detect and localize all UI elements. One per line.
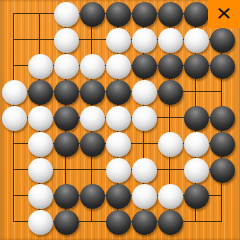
intersection-white-stone[interactable]	[27, 183, 53, 209]
intersection-white-stone[interactable]	[131, 27, 157, 53]
intersection-empty[interactable]	[209, 79, 235, 105]
white-stone	[106, 132, 131, 157]
black-stone	[106, 2, 131, 27]
black-stone	[54, 80, 79, 105]
black-stone	[158, 210, 183, 235]
black-stone	[184, 2, 209, 27]
intersection-white-stone[interactable]	[157, 183, 183, 209]
intersection-white-stone[interactable]	[27, 131, 53, 157]
intersection-white-stone[interactable]	[131, 157, 157, 183]
intersection-black-stone[interactable]	[157, 79, 183, 105]
intersection-white-stone[interactable]	[183, 27, 209, 53]
intersection-white-stone[interactable]	[27, 105, 53, 131]
intersection-white-stone[interactable]	[53, 27, 79, 53]
intersection-empty[interactable]	[1, 1, 27, 27]
black-stone	[106, 184, 131, 209]
white-stone	[106, 28, 131, 53]
black-stone	[210, 132, 235, 157]
black-stone	[28, 80, 53, 105]
black-stone	[132, 210, 157, 235]
black-stone	[54, 106, 79, 131]
white-stone	[80, 54, 105, 79]
white-stone	[80, 106, 105, 131]
intersection-black-stone[interactable]	[53, 183, 79, 209]
intersection-black-stone[interactable]	[209, 53, 235, 79]
white-stone	[28, 132, 53, 157]
black-stone	[80, 2, 105, 27]
white-stone	[132, 28, 157, 53]
go-board-screen: ✕	[0, 0, 240, 240]
white-stone	[28, 106, 53, 131]
black-stone	[158, 54, 183, 79]
black-stone	[54, 210, 79, 235]
intersection-white-stone[interactable]	[1, 105, 27, 131]
close-button[interactable]: ✕	[208, 0, 240, 28]
intersection-black-stone[interactable]	[183, 53, 209, 79]
black-stone	[184, 184, 209, 209]
intersection-black-stone[interactable]	[53, 79, 79, 105]
intersection-black-stone[interactable]	[209, 27, 235, 53]
intersection-black-stone[interactable]	[157, 53, 183, 79]
intersection-white-stone[interactable]	[27, 209, 53, 235]
intersection-white-stone[interactable]	[157, 27, 183, 53]
intersection-empty[interactable]	[183, 209, 209, 235]
black-stone	[210, 106, 235, 131]
intersection-black-stone[interactable]	[53, 105, 79, 131]
close-icon: ✕	[216, 5, 233, 23]
intersection-black-stone[interactable]	[105, 209, 131, 235]
black-stone	[158, 80, 183, 105]
intersection-empty[interactable]	[1, 157, 27, 183]
black-stone	[210, 54, 235, 79]
go-board	[1, 1, 235, 235]
intersection-empty[interactable]	[1, 27, 27, 53]
intersection-empty[interactable]	[1, 131, 27, 157]
intersection-white-stone[interactable]	[1, 79, 27, 105]
intersection-black-stone[interactable]	[53, 209, 79, 235]
white-stone	[106, 54, 131, 79]
white-stone	[106, 106, 131, 131]
intersection-white-stone[interactable]	[53, 1, 79, 27]
black-stone	[210, 158, 235, 183]
black-stone	[80, 184, 105, 209]
intersection-black-stone[interactable]	[209, 105, 235, 131]
intersection-black-stone[interactable]	[183, 183, 209, 209]
black-stone	[80, 80, 105, 105]
black-stone	[184, 106, 209, 131]
intersection-white-stone[interactable]	[131, 105, 157, 131]
intersection-white-stone[interactable]	[131, 79, 157, 105]
intersection-white-stone[interactable]	[131, 183, 157, 209]
white-stone	[132, 80, 157, 105]
white-stone	[106, 158, 131, 183]
black-stone	[106, 80, 131, 105]
intersection-black-stone[interactable]	[105, 183, 131, 209]
intersection-white-stone[interactable]	[79, 53, 105, 79]
intersection-black-stone[interactable]	[105, 79, 131, 105]
intersection-empty[interactable]	[183, 79, 209, 105]
white-stone	[132, 106, 157, 131]
intersection-empty[interactable]	[79, 157, 105, 183]
white-stone	[2, 106, 27, 131]
intersection-empty[interactable]	[209, 183, 235, 209]
intersection-white-stone[interactable]	[27, 157, 53, 183]
intersection-white-stone[interactable]	[27, 53, 53, 79]
intersection-black-stone[interactable]	[131, 1, 157, 27]
white-stone	[2, 80, 27, 105]
white-stone	[132, 184, 157, 209]
intersection-empty[interactable]	[27, 1, 53, 27]
white-stone	[184, 132, 209, 157]
white-stone	[54, 2, 79, 27]
intersection-black-stone[interactable]	[209, 157, 235, 183]
intersection-black-stone[interactable]	[79, 79, 105, 105]
white-stone	[28, 184, 53, 209]
intersection-empty[interactable]	[1, 53, 27, 79]
intersection-black-stone[interactable]	[79, 131, 105, 157]
intersection-empty[interactable]	[53, 157, 79, 183]
intersection-empty[interactable]	[157, 157, 183, 183]
intersection-empty[interactable]	[1, 183, 27, 209]
black-stone	[54, 184, 79, 209]
intersection-empty[interactable]	[131, 131, 157, 157]
white-stone	[28, 158, 53, 183]
white-stone	[54, 28, 79, 53]
intersection-empty[interactable]	[27, 27, 53, 53]
white-stone	[28, 210, 53, 235]
intersection-empty[interactable]	[157, 105, 183, 131]
white-stone	[184, 28, 209, 53]
intersection-black-stone[interactable]	[183, 1, 209, 27]
white-stone	[184, 158, 209, 183]
intersection-white-stone[interactable]	[157, 131, 183, 157]
intersection-black-stone[interactable]	[79, 183, 105, 209]
white-stone	[158, 184, 183, 209]
intersection-empty[interactable]	[1, 209, 27, 235]
intersection-black-stone[interactable]	[79, 1, 105, 27]
intersection-black-stone[interactable]	[209, 131, 235, 157]
intersection-white-stone[interactable]	[183, 131, 209, 157]
intersection-white-stone[interactable]	[105, 27, 131, 53]
intersection-black-stone[interactable]	[27, 79, 53, 105]
intersection-black-stone[interactable]	[157, 1, 183, 27]
black-stone	[80, 132, 105, 157]
black-stone	[210, 28, 235, 53]
white-stone	[54, 54, 79, 79]
black-stone	[106, 210, 131, 235]
intersection-empty[interactable]	[79, 27, 105, 53]
intersection-black-stone[interactable]	[131, 53, 157, 79]
intersection-black-stone[interactable]	[53, 131, 79, 157]
intersection-white-stone[interactable]	[53, 53, 79, 79]
intersection-white-stone[interactable]	[105, 157, 131, 183]
black-stone	[158, 2, 183, 27]
intersection-white-stone[interactable]	[105, 105, 131, 131]
black-stone	[184, 54, 209, 79]
intersection-black-stone[interactable]	[131, 209, 157, 235]
black-stone	[54, 132, 79, 157]
intersection-white-stone[interactable]	[183, 157, 209, 183]
intersection-empty[interactable]	[79, 209, 105, 235]
intersection-black-stone[interactable]	[183, 105, 209, 131]
black-stone	[132, 2, 157, 27]
intersection-white-stone[interactable]	[105, 131, 131, 157]
intersection-white-stone[interactable]	[105, 53, 131, 79]
intersection-black-stone[interactable]	[157, 209, 183, 235]
white-stone	[158, 28, 183, 53]
intersection-empty[interactable]	[209, 209, 235, 235]
white-stone	[158, 132, 183, 157]
white-stone	[132, 158, 157, 183]
black-stone	[132, 54, 157, 79]
intersection-black-stone[interactable]	[105, 1, 131, 27]
white-stone	[28, 54, 53, 79]
intersection-white-stone[interactable]	[79, 105, 105, 131]
